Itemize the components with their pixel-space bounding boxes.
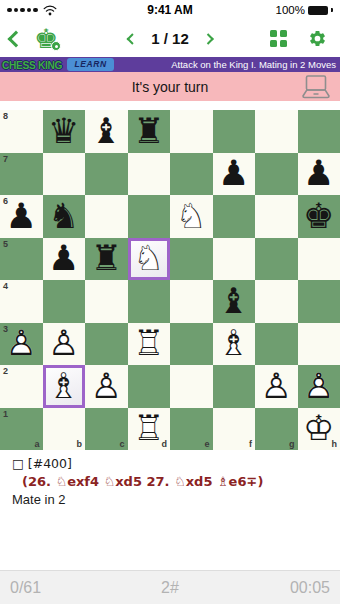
square-b7[interactable] [43,153,86,196]
battery-icon [308,6,328,15]
wifi-icon [43,5,57,16]
black-pawn-f7[interactable]: ♟ [213,153,256,196]
square-b8[interactable]: ♛ [43,110,86,153]
black-bishop-f4[interactable]: ♝ [213,280,256,323]
square-a1[interactable]: 1a [0,408,43,451]
square-e3[interactable] [170,323,213,366]
brand-wordmark: CHESS KING [2,59,62,71]
turn-banner: It's your turn [0,72,340,101]
square-f2[interactable] [213,365,256,408]
rank-label-6: 6 [3,196,8,206]
puzzle-id: □ [#400] [12,456,328,471]
elapsed-timer: 00:05 [223,579,330,597]
puzzle-counter: 1 / 12 [151,30,189,47]
learn-badge: LEARN [67,58,113,71]
square-d3[interactable]: ♜♖ [128,323,171,366]
square-f6[interactable] [213,195,256,238]
square-c6[interactable] [85,195,128,238]
status-footer: 0/61 2# 00:05 [0,570,340,604]
white-pawn-b3[interactable]: ♟♙ [43,323,86,366]
black-rook-d8[interactable]: ♜ [128,110,171,153]
nav-bar: ♚ 1 / 12 [0,20,340,57]
clock-time: 9:41 AM [147,3,193,17]
white-pawn-g2[interactable]: ♟♙ [255,365,298,408]
file-label-g: g [289,439,295,449]
square-c3[interactable] [85,323,128,366]
square-e8[interactable] [170,110,213,153]
square-e7[interactable] [170,153,213,196]
white-pawn-c2[interactable]: ♟♙ [85,365,128,408]
black-knight-b6[interactable]: ♞ [43,195,86,238]
annotation-panel: □ [#400] (26. ♘exf4 ♘xd5 27. ♘xd5 ♗e6∓) … [0,450,340,507]
turn-message: It's your turn [132,79,209,95]
square-g2[interactable]: ♟♙ [255,365,298,408]
white-knight-e6[interactable]: ♞♘ [170,195,213,238]
black-queen-b8[interactable]: ♛ [43,110,86,153]
back-chevron-icon[interactable] [8,30,25,47]
square-d5[interactable]: ♞♘ [128,238,171,281]
rank-label-4: 4 [3,281,8,291]
white-rook-d3[interactable]: ♜♖ [128,323,171,366]
square-b6[interactable]: ♞ [43,195,86,238]
white-bishop-b2[interactable]: ♝♗ [43,365,86,408]
signal-strength-icon [7,8,38,13]
square-a6[interactable]: 6♟ [0,195,43,238]
square-h8[interactable] [298,110,340,153]
square-h4[interactable] [298,280,340,323]
square-c2[interactable]: ♟♙ [85,365,128,408]
task-text: Mate in 2 [12,492,328,507]
square-f4[interactable]: ♝ [213,280,256,323]
square-g7[interactable] [255,153,298,196]
file-label-d: d [162,439,168,449]
logo-badge-icon [51,41,61,51]
square-d7[interactable] [128,153,171,196]
square-g6[interactable] [255,195,298,238]
square-b3[interactable]: ♟♙ [43,323,86,366]
black-king-h6[interactable]: ♚ [298,195,340,238]
square-e4[interactable] [170,280,213,323]
black-bishop-c8[interactable]: ♝ [85,110,128,153]
course-banner: CHESS KING LEARN Attack on the King I. M… [0,57,340,72]
square-h1[interactable]: h♚♔ [298,408,340,451]
rank-label-7: 7 [3,154,8,164]
course-title: Attack on the King I. Mating in 2 Moves [114,59,340,70]
file-label-b: b [77,439,83,449]
square-h2[interactable]: ♟♙ [298,365,340,408]
square-e1[interactable]: e [170,408,213,451]
square-d8[interactable]: ♜ [128,110,171,153]
square-f5[interactable] [213,238,256,281]
square-d6[interactable] [128,195,171,238]
rank-label-5: 5 [3,239,8,249]
square-c1[interactable]: c [85,408,128,451]
status-bar: 9:41 AM 100% [0,0,340,20]
white-knight-d5[interactable]: ♞♘ [128,238,171,281]
square-b2[interactable]: ♝♗ [43,365,86,408]
square-h6[interactable]: ♚ [298,195,340,238]
square-a8[interactable]: 8 [0,110,43,153]
square-g3[interactable] [255,323,298,366]
square-e2[interactable] [170,365,213,408]
goal-label: 2# [117,579,224,597]
puzzle-pager: 1 / 12 [128,30,212,47]
next-puzzle-icon[interactable] [202,33,213,44]
square-c4[interactable] [85,280,128,323]
black-rook-c5[interactable]: ♜ [85,238,128,281]
square-g4[interactable] [255,280,298,323]
square-g1[interactable]: g [255,408,298,451]
square-g5[interactable] [255,238,298,281]
chess-king-logo[interactable]: ♚ [34,25,58,52]
battery-tip [331,8,333,12]
square-b4[interactable] [43,280,86,323]
square-h5[interactable] [298,238,340,281]
square-a2[interactable]: 2 [0,365,43,408]
square-f7[interactable]: ♟ [213,153,256,196]
computer-opponent-icon[interactable] [300,74,332,99]
chess-board: 8♛♝♜7♟♟6♟♞♞♘♚5♟♜♞♘4♝3♟♙♟♙♜♖♝♗2♝♗♟♙♟♙♟♙1a… [0,110,340,450]
settings-gear-icon[interactable] [308,29,327,48]
square-a4[interactable]: 4 [0,280,43,323]
file-label-c: c [119,439,124,449]
black-pawn-b5[interactable]: ♟ [43,238,86,281]
square-d4[interactable] [128,280,171,323]
puzzle-grid-icon[interactable] [270,30,287,47]
spacer [0,101,340,110]
prev-puzzle-icon[interactable] [127,33,138,44]
white-bishop-f3[interactable]: ♝♗ [213,323,256,366]
rank-label-3: 3 [3,324,8,334]
square-f1[interactable]: f [213,408,256,451]
black-pawn-h7[interactable]: ♟ [298,153,340,196]
square-c5[interactable]: ♜ [85,238,128,281]
app-window: 9:41 AM 100% ♚ 1 / 12 CHESS KING LEARN A [0,0,340,604]
square-a5[interactable]: 5 [0,238,43,281]
rank-label-8: 8 [3,111,8,121]
rank-label-2: 2 [3,366,8,376]
battery-percent: 100% [276,4,305,16]
square-h7[interactable]: ♟ [298,153,340,196]
white-pawn-h2[interactable]: ♟♙ [298,365,340,408]
square-b1[interactable]: b [43,408,86,451]
score-counter: 0/61 [10,579,117,597]
file-label-h: h [332,439,338,449]
square-d2[interactable] [128,365,171,408]
square-h3[interactable] [298,323,340,366]
square-f3[interactable]: ♝♗ [213,323,256,366]
variation-line[interactable]: (26. ♘exf4 ♘xd5 27. ♘xd5 ♗e6∓) [22,474,328,489]
file-label-a: a [34,439,39,449]
square-c8[interactable]: ♝ [85,110,128,153]
square-e5[interactable] [170,238,213,281]
square-d1[interactable]: d♜♖ [128,408,171,451]
file-label-f: f [249,439,252,449]
square-a3[interactable]: 3♟♙ [0,323,43,366]
square-a7[interactable]: 7 [0,153,43,196]
square-e6[interactable]: ♞♘ [170,195,213,238]
rank-label-1: 1 [3,409,8,419]
battery-status: 100% [276,4,333,16]
nav-actions [270,29,330,48]
square-b5[interactable]: ♟ [43,238,86,281]
square-g8[interactable] [255,110,298,153]
square-c7[interactable] [85,153,128,196]
file-label-e: e [204,439,209,449]
square-f8[interactable] [213,110,256,153]
